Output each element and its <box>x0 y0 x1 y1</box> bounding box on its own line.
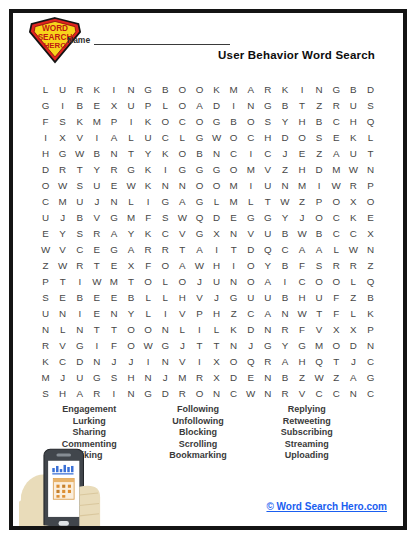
grid-cell: B <box>345 81 362 97</box>
grid-cell: G <box>157 193 174 209</box>
grid-cell: N <box>157 177 174 193</box>
grid-cell: Z <box>37 258 54 274</box>
grid-cell: I <box>105 81 122 97</box>
grid-cell: N <box>345 386 362 402</box>
grid-cell: Z <box>311 145 328 161</box>
grid-cell: U <box>259 290 276 306</box>
grid-cell: T <box>208 338 225 354</box>
grid-cell: H <box>174 290 191 306</box>
grid-cell: X <box>105 97 122 113</box>
grid-cell: N <box>225 274 242 290</box>
grid-cell: E <box>88 290 105 306</box>
grid-cell: X <box>328 322 345 338</box>
grid-cell: L <box>328 241 345 257</box>
grid-cell: N <box>157 354 174 370</box>
grid-cell: L <box>157 290 174 306</box>
grid-cell: A <box>105 225 122 241</box>
grid-cell: U <box>311 290 328 306</box>
grid-cell: C <box>276 241 293 257</box>
grid-cell: R <box>37 338 54 354</box>
grid-cell: K <box>345 209 362 225</box>
grid-cell: R <box>88 225 105 241</box>
grid-cell: N <box>140 370 157 386</box>
grid-cell: O <box>328 274 345 290</box>
grid-cell: N <box>174 177 191 193</box>
grid-cell: I <box>157 306 174 322</box>
grid-cell: G <box>208 113 225 129</box>
grid-cell: Z <box>328 370 345 386</box>
grid-cell: Q <box>259 241 276 257</box>
grid-cell: K <box>88 81 105 97</box>
grid-cell: J <box>123 354 140 370</box>
grid-cell: E <box>37 225 54 241</box>
grid-cell: C <box>345 225 362 241</box>
grid-cell: Y <box>276 113 293 129</box>
grid-cell: Z <box>311 97 328 113</box>
grid-cell: N <box>105 193 122 209</box>
grid-cell: B <box>276 370 293 386</box>
word-following: Following <box>144 404 253 416</box>
grid-cell: D <box>225 370 242 386</box>
grid-cell: C <box>259 145 276 161</box>
grid-cell: D <box>345 338 362 354</box>
grid-cell: N <box>208 145 225 161</box>
grid-cell: J <box>294 209 311 225</box>
grid-cell: U <box>123 97 140 113</box>
grid-cell: A <box>328 145 345 161</box>
grid-cell: E <box>294 145 311 161</box>
grid-cell: R <box>157 241 174 257</box>
grid-cell: D <box>311 161 328 177</box>
grid-cell: E <box>362 209 379 225</box>
grid-cell: G <box>328 81 345 97</box>
grid-cell: T <box>54 274 71 290</box>
grid-cell: W <box>311 370 328 386</box>
grid-cell: M <box>54 193 71 209</box>
grid-cell: Q <box>191 209 208 225</box>
grid-cell: N <box>71 322 88 338</box>
grid-cell: B <box>362 290 379 306</box>
grid-cell: J <box>54 370 71 386</box>
grid-cell: I <box>294 81 311 97</box>
grid-cell: H <box>208 258 225 274</box>
grid-cell: K <box>362 306 379 322</box>
grid-cell: G <box>140 386 157 402</box>
grid-cell: W <box>123 177 140 193</box>
grid-cell: O <box>37 177 54 193</box>
grid-cell: H <box>294 161 311 177</box>
grid-cell: L <box>208 322 225 338</box>
grid-cell: T <box>123 145 140 161</box>
grid-cell: I <box>54 97 71 113</box>
grid-cell: T <box>88 322 105 338</box>
grid-cell: I <box>276 274 293 290</box>
grid-cell: C <box>225 386 242 402</box>
grid-cell: T <box>71 161 88 177</box>
grid-cell: W <box>54 177 71 193</box>
grid-cell: B <box>71 290 88 306</box>
word-scrolling: Scrolling <box>144 439 253 451</box>
grid-cell: V <box>242 225 259 241</box>
grid-cell: O <box>225 161 242 177</box>
grid-cell: O <box>311 274 328 290</box>
grid-cell: Y <box>123 306 140 322</box>
grid-cell: S <box>362 97 379 113</box>
grid-cell: R <box>345 258 362 274</box>
grid-cell: I <box>71 274 88 290</box>
grid-cell: T <box>328 354 345 370</box>
grid-cell: L <box>242 193 259 209</box>
grid-cell: O <box>191 386 208 402</box>
grid-cell: O <box>140 322 157 338</box>
grid-cell: J <box>242 338 259 354</box>
grid-cell: A <box>259 306 276 322</box>
grid-cell: J <box>345 354 362 370</box>
worksheet-frame: WORD SEARCH HERO Name User Behavior Word… <box>9 9 407 530</box>
grid-cell: A <box>123 241 140 257</box>
grid-cell: A <box>191 241 208 257</box>
grid-cell: J <box>105 354 122 370</box>
grid-cell: O <box>191 81 208 97</box>
grid-cell: S <box>311 258 328 274</box>
grid-cell: T <box>123 274 140 290</box>
grid-cell: L <box>123 193 140 209</box>
grid-cell: R <box>71 258 88 274</box>
grid-cell: J <box>174 338 191 354</box>
grid-cell: O <box>174 145 191 161</box>
grid-cell: I <box>88 338 105 354</box>
grid-cell: J <box>88 193 105 209</box>
grid-cell: N <box>123 81 140 97</box>
grid-cell: W <box>208 129 225 145</box>
grid-cell: A <box>105 129 122 145</box>
grid-cell: G <box>71 338 88 354</box>
grid-cell: O <box>362 193 379 209</box>
grid-cell: B <box>276 258 293 274</box>
word-sharing: Sharing <box>35 427 144 439</box>
grid-cell: W <box>140 338 157 354</box>
grid-cell: R <box>191 370 208 386</box>
grid-cell: L <box>54 322 71 338</box>
grid-cell: I <box>225 258 242 274</box>
grid-cell: C <box>157 129 174 145</box>
grid-cell: J <box>157 370 174 386</box>
grid-cell: B <box>276 97 293 113</box>
letter-grid: LURKINGBOOKMARKINGBDGIBEXUPLOADINGBTZRUS… <box>37 81 379 402</box>
grid-cell: Z <box>225 306 242 322</box>
grid-cell: M <box>242 161 259 177</box>
word-replying: Replying <box>252 404 361 416</box>
word-blocking: Blocking <box>144 427 253 439</box>
word-uploading: Uploading <box>252 450 361 462</box>
grid-cell: I <box>191 354 208 370</box>
copyright-link[interactable]: © Word Search Hero.com <box>266 501 387 512</box>
grid-cell: H <box>54 386 71 402</box>
grid-cell: G <box>105 241 122 257</box>
grid-cell: G <box>157 338 174 354</box>
grid-cell: I <box>191 322 208 338</box>
grid-cell: S <box>54 113 71 129</box>
grid-cell: G <box>242 209 259 225</box>
grid-cell: M <box>174 370 191 386</box>
grid-cell: B <box>191 145 208 161</box>
grid-cell: O <box>157 113 174 129</box>
grid-cell: C <box>157 225 174 241</box>
grid-cell: V <box>294 386 311 402</box>
grid-cell: C <box>328 386 345 402</box>
grid-cell: U <box>259 177 276 193</box>
grid-cell: D <box>37 161 54 177</box>
grid-cell: O <box>294 129 311 145</box>
grid-cell: N <box>105 306 122 322</box>
grid-cell: N <box>362 241 379 257</box>
grid-cell: Y <box>123 225 140 241</box>
grid-cell: O <box>140 274 157 290</box>
grid-cell: U <box>208 274 225 290</box>
grid-cell: W <box>294 225 311 241</box>
grid-cell: H <box>259 129 276 145</box>
grid-cell: N <box>259 386 276 402</box>
grid-cell: B <box>88 145 105 161</box>
grid-cell: G <box>140 81 157 97</box>
grid-cell: G <box>191 129 208 145</box>
grid-cell: Y <box>140 145 157 161</box>
grid-cell: G <box>54 145 71 161</box>
word-bookmarking: Bookmarking <box>144 450 253 462</box>
grid-cell: N <box>208 386 225 402</box>
grid-cell: K <box>345 129 362 145</box>
grid-cell: V <box>54 338 71 354</box>
grid-cell: O <box>174 97 191 113</box>
grid-cell: I <box>123 113 140 129</box>
grid-cell: Z <box>362 258 379 274</box>
grid-cell: B <box>276 290 293 306</box>
grid-cell: N <box>225 338 242 354</box>
grid-cell: H <box>294 113 311 129</box>
grid-cell: P <box>362 177 379 193</box>
grid-cell: F <box>328 306 345 322</box>
grid-cell: G <box>191 193 208 209</box>
grid-cell: N <box>276 177 293 193</box>
fingers-icon <box>79 486 100 530</box>
grid-cell: M <box>105 274 122 290</box>
grid-cell: L <box>345 274 362 290</box>
grid-cell: I <box>71 306 88 322</box>
grid-cell: R <box>345 177 362 193</box>
grid-cell: I <box>311 177 328 193</box>
grid-cell: I <box>225 97 242 113</box>
grid-cell: O <box>242 113 259 129</box>
grid-cell: S <box>311 129 328 145</box>
grid-cell: C <box>54 354 71 370</box>
grid-cell: U <box>345 145 362 161</box>
grid-cell: W <box>345 241 362 257</box>
grid-cell: T <box>105 322 122 338</box>
grid-cell: I <box>242 145 259 161</box>
grid-cell: V <box>174 225 191 241</box>
grid-cell: Q <box>362 113 379 129</box>
grid-cell: V <box>54 241 71 257</box>
grid-cell: W <box>174 209 191 225</box>
grid-cell: X <box>208 354 225 370</box>
grid-cell: R <box>328 258 345 274</box>
grid-cell: O <box>208 177 225 193</box>
grid-cell: G <box>259 97 276 113</box>
name-row: Name <box>67 35 230 45</box>
grid-cell: P <box>37 274 54 290</box>
grid-cell: V <box>174 306 191 322</box>
grid-cell: B <box>225 113 242 129</box>
logo-line-word: WORD <box>42 24 68 33</box>
grid-cell: N <box>37 322 54 338</box>
grid-cell: J <box>191 274 208 290</box>
grid-cell: U <box>140 129 157 145</box>
grid-cell: H <box>294 290 311 306</box>
grid-cell: N <box>157 322 174 338</box>
grid-cell: T <box>174 241 191 257</box>
grid-cell: C <box>328 225 345 241</box>
grid-cell: U <box>71 370 88 386</box>
grid-cell: O <box>174 274 191 290</box>
grid-cell: N <box>311 81 328 97</box>
grid-cell: B <box>123 290 140 306</box>
grid-cell: D <box>157 386 174 402</box>
grid-cell: K <box>140 161 157 177</box>
grid-cell: C <box>328 209 345 225</box>
grid-cell: P <box>362 322 379 338</box>
page-title: User Behavior Word Search <box>218 49 375 61</box>
grid-cell: L <box>140 306 157 322</box>
grid-cell: O <box>123 338 140 354</box>
grid-cell: E <box>225 209 242 225</box>
grid-cell: C <box>242 306 259 322</box>
grid-cell: K <box>140 113 157 129</box>
grid-cell: E <box>105 290 122 306</box>
grid-cell: K <box>208 81 225 97</box>
grid-cell: Y <box>88 161 105 177</box>
grid-cell: T <box>88 258 105 274</box>
grid-cell: L <box>174 129 191 145</box>
grid-cell: Z <box>345 290 362 306</box>
word-engagement: Engagement <box>35 404 144 416</box>
grid-cell: B <box>311 225 328 241</box>
grid-cell: R <box>71 81 88 97</box>
grid-cell: W <box>294 306 311 322</box>
grid-cell: G <box>259 209 276 225</box>
grid-cell: J <box>54 209 71 225</box>
grid-cell: K <box>276 81 293 97</box>
grid-cell: G <box>123 161 140 177</box>
grid-cell: N <box>362 161 379 177</box>
grid-cell: J <box>208 290 225 306</box>
grid-cell: C <box>362 354 379 370</box>
grid-cell: R <box>140 241 157 257</box>
grid-cell: M <box>225 177 242 193</box>
grid-cell: O <box>191 177 208 193</box>
grid-cell: G <box>259 338 276 354</box>
grid-cell: I <box>37 129 54 145</box>
grid-cell: W <box>88 274 105 290</box>
grid-cell: S <box>259 113 276 129</box>
grid-cell: K <box>71 113 88 129</box>
grid-cell: K <box>37 354 54 370</box>
grid-cell: G <box>88 370 105 386</box>
grid-cell: T <box>191 338 208 354</box>
grid-cell: H <box>345 113 362 129</box>
grid-cell: U <box>37 306 54 322</box>
grid-cell: K <box>157 145 174 161</box>
grid-cell: G <box>105 209 122 225</box>
grid-cell: C <box>37 193 54 209</box>
grid-cell: R <box>276 386 293 402</box>
grid-cell: O <box>225 354 242 370</box>
grid-cell: H <box>208 306 225 322</box>
grid-cell: D <box>71 354 88 370</box>
grid-cell: O <box>311 209 328 225</box>
grid-cell: B <box>71 209 88 225</box>
grid-cell: B <box>276 225 293 241</box>
grid-cell: N <box>225 225 242 241</box>
grid-cell: Z <box>294 193 311 209</box>
grid-cell: T <box>311 306 328 322</box>
grid-cell: O <box>328 338 345 354</box>
grid-cell: I <box>88 129 105 145</box>
grid-cell: R <box>105 161 122 177</box>
grid-cell: G <box>191 161 208 177</box>
grid-cell: A <box>242 81 259 97</box>
grid-cell: R <box>276 322 293 338</box>
grid-cell: F <box>140 258 157 274</box>
grid-cell: L <box>157 274 174 290</box>
grid-cell: E <box>328 129 345 145</box>
grid-cell: D <box>208 209 225 225</box>
grid-cell: F <box>294 258 311 274</box>
grid-cell: I <box>140 193 157 209</box>
grid-cell: O <box>225 129 242 145</box>
grid-cell: E <box>242 370 259 386</box>
grid-cell: C <box>242 129 259 145</box>
grid-cell: C <box>362 386 379 402</box>
grid-cell: W <box>54 258 71 274</box>
grid-cell: T <box>362 145 379 161</box>
grid-cell: A <box>259 274 276 290</box>
grid-cell: O <box>157 258 174 274</box>
grid-cell: P <box>140 97 157 113</box>
grid-cell: N <box>276 306 293 322</box>
grid-cell: E <box>88 241 105 257</box>
grid-cell: N <box>362 338 379 354</box>
grid-cell: I <box>157 161 174 177</box>
word-lurking: Lurking <box>35 416 144 428</box>
grid-cell: K <box>140 177 157 193</box>
grid-cell: L <box>37 81 54 97</box>
grid-cell: C <box>294 274 311 290</box>
name-label: Name <box>67 35 90 45</box>
grid-cell: W <box>345 161 362 177</box>
grid-cell: M <box>37 370 54 386</box>
grid-cell: O <box>328 193 345 209</box>
grid-cell: P <box>311 193 328 209</box>
grid-cell: U <box>71 193 88 209</box>
thumb-icon <box>27 525 57 530</box>
grid-cell: S <box>71 225 88 241</box>
grid-cell: D <box>362 81 379 97</box>
grid-cell: M <box>88 113 105 129</box>
grid-cell: H <box>294 354 311 370</box>
grid-cell: M <box>328 161 345 177</box>
grid-cell: U <box>37 209 54 225</box>
grid-cell: T <box>294 97 311 113</box>
